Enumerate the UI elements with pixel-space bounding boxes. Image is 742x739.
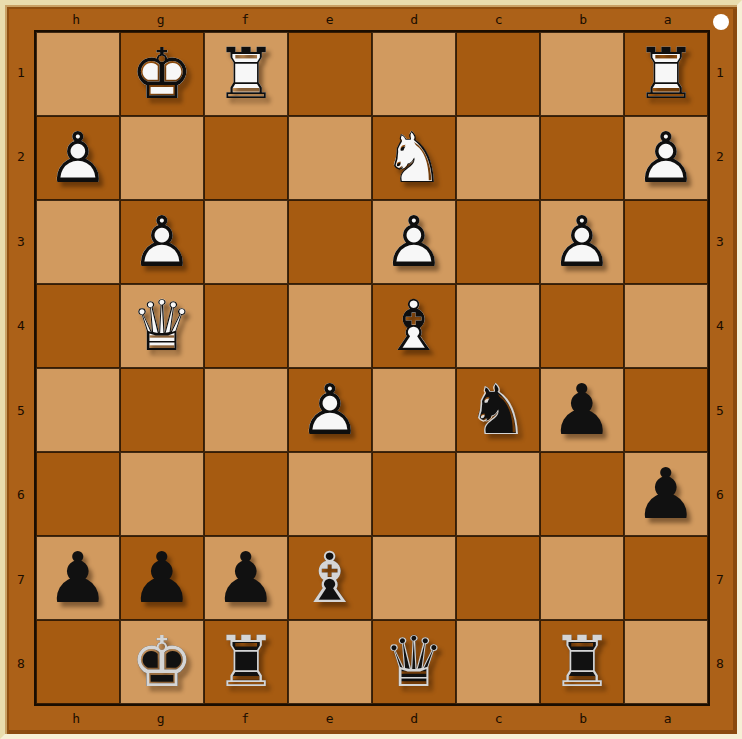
square-f5[interactable] (204, 368, 288, 452)
square-f2[interactable] (204, 116, 288, 200)
piece-glyph: ♟ (120, 536, 204, 620)
square-g6[interactable] (120, 452, 204, 536)
piece-white-knight[interactable]: ♞♘ (372, 116, 456, 200)
piece-glyph-detail: ♗ (372, 284, 456, 368)
piece-black-king[interactable]: ♚♔ (120, 620, 204, 704)
square-e5[interactable]: ♟♙ (288, 368, 372, 452)
square-a7[interactable] (624, 536, 708, 620)
square-a3[interactable] (624, 200, 708, 284)
square-h2[interactable]: ♟♙ (36, 116, 120, 200)
piece-glyph-detail: ♘ (372, 116, 456, 200)
piece-glyph-detail: ♙ (36, 116, 120, 200)
square-a2[interactable]: ♟♙ (624, 116, 708, 200)
square-f6[interactable] (204, 452, 288, 536)
square-f3[interactable] (204, 200, 288, 284)
piece-white-king[interactable]: ♚♔ (120, 32, 204, 116)
square-e2[interactable] (288, 116, 372, 200)
square-d1[interactable] (372, 32, 456, 116)
square-e7[interactable]: ♝♗ (288, 536, 372, 620)
piece-black-pawn[interactable]: ♟ (204, 536, 288, 620)
square-a6[interactable]: ♟ (624, 452, 708, 536)
square-d3[interactable]: ♟♙ (372, 200, 456, 284)
square-b1[interactable] (540, 32, 624, 116)
square-b4[interactable] (540, 284, 624, 368)
rank-label-3: 3 (13, 199, 29, 284)
square-d6[interactable] (372, 452, 456, 536)
piece-glyph-detail: ♖ (540, 620, 624, 704)
square-b5[interactable]: ♟ (540, 368, 624, 452)
piece-glyph-detail: ♖ (204, 620, 288, 704)
piece-glyph-detail: ♔ (120, 620, 204, 704)
square-c2[interactable] (456, 116, 540, 200)
piece-white-pawn[interactable]: ♟♙ (624, 116, 708, 200)
file-label-a: a (626, 11, 711, 27)
piece-glyph-detail: ♙ (540, 200, 624, 284)
square-f1[interactable]: ♜♖ (204, 32, 288, 116)
piece-white-pawn[interactable]: ♟♙ (36, 116, 120, 200)
file-label-c: c (457, 11, 542, 27)
piece-glyph-detail: ♔ (120, 32, 204, 116)
square-c8[interactable] (456, 620, 540, 704)
piece-glyph: ♟ (204, 536, 288, 620)
rank-label-6: 6 (712, 453, 728, 538)
square-c6[interactable] (456, 452, 540, 536)
square-d4[interactable]: ♝♗ (372, 284, 456, 368)
piece-glyph: ♟ (540, 368, 624, 452)
square-d7[interactable] (372, 536, 456, 620)
file-label-g: g (119, 710, 204, 726)
piece-glyph-detail: ♙ (120, 200, 204, 284)
piece-white-pawn[interactable]: ♟♙ (540, 200, 624, 284)
square-g8[interactable]: ♚♔ (120, 620, 204, 704)
rank-label-3: 3 (712, 199, 728, 284)
square-g7[interactable]: ♟ (120, 536, 204, 620)
rank-label-7: 7 (712, 537, 728, 622)
file-labels-bottom: hgfedcba (34, 710, 710, 726)
piece-white-pawn[interactable]: ♟♙ (288, 368, 372, 452)
piece-white-pawn[interactable]: ♟♙ (372, 200, 456, 284)
piece-white-pawn[interactable]: ♟♙ (120, 200, 204, 284)
chess-board: ♚♔♜♖♜♖♟♙♞♘♟♙♟♙♟♙♟♙♛♕♝♗♟♙♞♘♟♟♟♟♟♝♗♚♔♜♖♛♕♜… (34, 30, 710, 706)
square-g3[interactable]: ♟♙ (120, 200, 204, 284)
file-label-h: h (34, 710, 119, 726)
rank-label-6: 6 (13, 453, 29, 538)
rank-label-5: 5 (712, 368, 728, 453)
piece-glyph-detail: ♙ (624, 116, 708, 200)
piece-glyph-detail: ♖ (204, 32, 288, 116)
piece-black-queen[interactable]: ♛♕ (372, 620, 456, 704)
file-label-d: d (372, 710, 457, 726)
piece-glyph-detail: ♙ (372, 200, 456, 284)
square-h4[interactable] (36, 284, 120, 368)
rank-label-2: 2 (712, 115, 728, 200)
square-e4[interactable] (288, 284, 372, 368)
square-d2[interactable]: ♞♘ (372, 116, 456, 200)
piece-glyph-detail: ♖ (624, 32, 708, 116)
rank-label-1: 1 (13, 30, 29, 115)
square-a8[interactable] (624, 620, 708, 704)
square-g5[interactable] (120, 368, 204, 452)
rank-label-8: 8 (13, 622, 29, 707)
square-e6[interactable] (288, 452, 372, 536)
piece-black-pawn[interactable]: ♟ (36, 536, 120, 620)
file-label-d: d (372, 11, 457, 27)
piece-white-bishop[interactable]: ♝♗ (372, 284, 456, 368)
piece-glyph-detail: ♙ (288, 368, 372, 452)
square-f4[interactable] (204, 284, 288, 368)
file-label-e: e (288, 11, 373, 27)
file-label-b: b (541, 710, 626, 726)
square-d5[interactable] (372, 368, 456, 452)
square-c7[interactable] (456, 536, 540, 620)
square-e3[interactable] (288, 200, 372, 284)
piece-glyph: ♟ (624, 452, 708, 536)
square-e8[interactable] (288, 620, 372, 704)
square-c4[interactable] (456, 284, 540, 368)
square-h6[interactable] (36, 452, 120, 536)
piece-glyph-detail: ♕ (120, 284, 204, 368)
rank-label-4: 4 (13, 284, 29, 369)
square-g1[interactable]: ♚♔ (120, 32, 204, 116)
square-c3[interactable] (456, 200, 540, 284)
rank-label-1: 1 (712, 30, 728, 115)
square-h7[interactable]: ♟ (36, 536, 120, 620)
white-to-move-indicator (713, 14, 729, 30)
rank-labels-left: 12345678 (13, 30, 29, 706)
square-a5[interactable] (624, 368, 708, 452)
rank-label-8: 8 (712, 622, 728, 707)
piece-glyph-detail: ♘ (456, 368, 540, 452)
file-labels-top: hgfedcba (34, 11, 710, 27)
square-f8[interactable]: ♜♖ (204, 620, 288, 704)
rank-label-2: 2 (13, 115, 29, 200)
square-h5[interactable] (36, 368, 120, 452)
rank-label-7: 7 (13, 537, 29, 622)
square-g4[interactable]: ♛♕ (120, 284, 204, 368)
piece-black-rook[interactable]: ♜♖ (204, 620, 288, 704)
piece-glyph-detail: ♗ (288, 536, 372, 620)
file-label-f: f (203, 710, 288, 726)
square-b3[interactable]: ♟♙ (540, 200, 624, 284)
square-c5[interactable]: ♞♘ (456, 368, 540, 452)
square-b8[interactable]: ♜♖ (540, 620, 624, 704)
file-label-c: c (457, 710, 542, 726)
file-label-a: a (626, 710, 711, 726)
piece-white-rook[interactable]: ♜♖ (204, 32, 288, 116)
piece-glyph-detail: ♕ (372, 620, 456, 704)
piece-black-bishop[interactable]: ♝♗ (288, 536, 372, 620)
square-b6[interactable] (540, 452, 624, 536)
square-e1[interactable] (288, 32, 372, 116)
chess-board-window: hgfedcba hgfedcba 12345678 12345678 ♚♔♜♖… (0, 0, 742, 739)
file-label-f: f (203, 11, 288, 27)
file-label-h: h (34, 11, 119, 27)
piece-black-pawn[interactable]: ♟ (624, 452, 708, 536)
piece-black-pawn[interactable]: ♟ (120, 536, 204, 620)
square-a1[interactable]: ♜♖ (624, 32, 708, 116)
piece-black-pawn[interactable]: ♟ (540, 368, 624, 452)
square-f7[interactable]: ♟ (204, 536, 288, 620)
rank-label-5: 5 (13, 368, 29, 453)
rank-labels-right: 12345678 (712, 30, 728, 706)
square-d8[interactable]: ♛♕ (372, 620, 456, 704)
file-label-g: g (119, 11, 204, 27)
file-label-e: e (288, 710, 373, 726)
square-h8[interactable] (36, 620, 120, 704)
piece-white-queen[interactable]: ♛♕ (120, 284, 204, 368)
square-h1[interactable] (36, 32, 120, 116)
rank-label-4: 4 (712, 284, 728, 369)
piece-black-rook[interactable]: ♜♖ (540, 620, 624, 704)
square-h3[interactable] (36, 200, 120, 284)
piece-glyph: ♟ (36, 536, 120, 620)
square-c1[interactable] (456, 32, 540, 116)
square-b7[interactable] (540, 536, 624, 620)
piece-white-rook[interactable]: ♜♖ (624, 32, 708, 116)
piece-black-knight[interactable]: ♞♘ (456, 368, 540, 452)
square-a4[interactable] (624, 284, 708, 368)
square-g2[interactable] (120, 116, 204, 200)
square-b2[interactable] (540, 116, 624, 200)
file-label-b: b (541, 11, 626, 27)
